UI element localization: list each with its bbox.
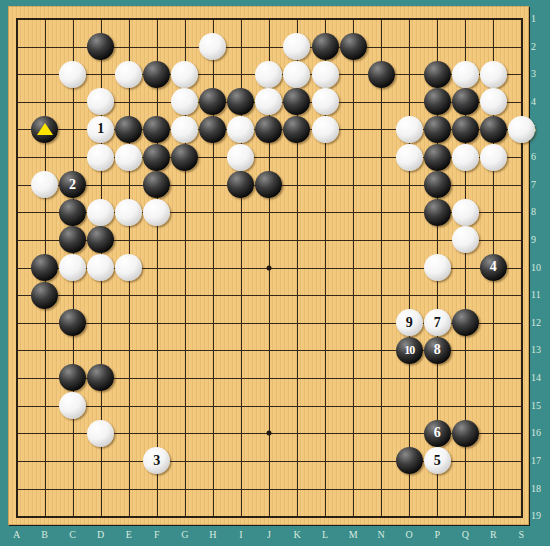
intersection-E4[interactable] — [115, 88, 143, 116]
intersection-F12[interactable] — [143, 309, 171, 337]
intersection-P19[interactable] — [423, 502, 451, 530]
intersection-E14[interactable] — [115, 364, 143, 392]
intersection-O3[interactable] — [395, 60, 423, 88]
intersection-K15[interactable] — [283, 392, 311, 420]
intersection-L11[interactable] — [311, 281, 339, 309]
intersection-L5[interactable] — [311, 116, 339, 144]
intersection-F5[interactable] — [143, 116, 171, 144]
intersection-O5[interactable] — [395, 116, 423, 144]
intersection-A1[interactable] — [2, 5, 30, 33]
intersection-C9[interactable] — [59, 226, 87, 254]
intersection-P9[interactable] — [423, 226, 451, 254]
intersection-K7[interactable] — [283, 171, 311, 199]
intersection-R15[interactable] — [479, 392, 507, 420]
intersection-P17[interactable]: 5 — [423, 447, 451, 475]
intersection-Q18[interactable] — [451, 475, 479, 503]
intersection-J19[interactable] — [255, 502, 283, 530]
intersection-L4[interactable] — [311, 88, 339, 116]
intersection-M4[interactable] — [339, 88, 367, 116]
intersection-K18[interactable] — [283, 475, 311, 503]
intersection-N14[interactable] — [367, 364, 395, 392]
intersection-H10[interactable] — [199, 254, 227, 282]
intersection-A8[interactable] — [2, 198, 30, 226]
intersection-Q5[interactable] — [451, 116, 479, 144]
intersection-B14[interactable] — [31, 364, 59, 392]
intersection-C3[interactable] — [59, 60, 87, 88]
intersection-D8[interactable] — [87, 198, 115, 226]
intersection-B8[interactable] — [31, 198, 59, 226]
intersection-M14[interactable] — [339, 364, 367, 392]
intersection-R10[interactable]: 4 — [479, 254, 507, 282]
intersection-Q14[interactable] — [451, 364, 479, 392]
intersection-F18[interactable] — [143, 475, 171, 503]
intersection-R5[interactable] — [479, 116, 507, 144]
intersection-R3[interactable] — [479, 60, 507, 88]
intersection-H4[interactable] — [199, 88, 227, 116]
intersection-O6[interactable] — [395, 143, 423, 171]
intersection-G6[interactable] — [171, 143, 199, 171]
intersection-E15[interactable] — [115, 392, 143, 420]
intersection-L16[interactable] — [311, 419, 339, 447]
intersection-R14[interactable] — [479, 364, 507, 392]
intersection-I6[interactable] — [227, 143, 255, 171]
intersection-K11[interactable] — [283, 281, 311, 309]
intersection-C13[interactable] — [59, 337, 87, 365]
intersection-G19[interactable] — [171, 502, 199, 530]
intersection-G12[interactable] — [171, 309, 199, 337]
intersection-R18[interactable] — [479, 475, 507, 503]
intersection-J10[interactable] — [255, 254, 283, 282]
intersection-C12[interactable] — [59, 309, 87, 337]
intersection-B18[interactable] — [31, 475, 59, 503]
intersection-I1[interactable] — [227, 5, 255, 33]
intersection-A12[interactable] — [2, 309, 30, 337]
intersection-F6[interactable] — [143, 143, 171, 171]
intersection-J15[interactable] — [255, 392, 283, 420]
intersection-A19[interactable] — [2, 502, 30, 530]
intersection-N4[interactable] — [367, 88, 395, 116]
intersection-M3[interactable] — [339, 60, 367, 88]
intersection-H5[interactable] — [199, 116, 227, 144]
intersection-I7[interactable] — [227, 171, 255, 199]
intersection-C19[interactable] — [59, 502, 87, 530]
intersection-I8[interactable] — [227, 198, 255, 226]
intersection-M9[interactable] — [339, 226, 367, 254]
intersection-N16[interactable] — [367, 419, 395, 447]
intersection-R11[interactable] — [479, 281, 507, 309]
intersection-F14[interactable] — [143, 364, 171, 392]
intersection-B9[interactable] — [31, 226, 59, 254]
intersection-B13[interactable] — [31, 337, 59, 365]
intersection-A7[interactable] — [2, 171, 30, 199]
intersection-P11[interactable] — [423, 281, 451, 309]
intersection-C1[interactable] — [59, 5, 87, 33]
intersection-P10[interactable] — [423, 254, 451, 282]
intersection-P6[interactable] — [423, 143, 451, 171]
intersection-R6[interactable] — [479, 143, 507, 171]
intersection-A5[interactable] — [2, 116, 30, 144]
intersection-D1[interactable] — [87, 5, 115, 33]
intersection-K3[interactable] — [283, 60, 311, 88]
intersection-P14[interactable] — [423, 364, 451, 392]
intersection-K8[interactable] — [283, 198, 311, 226]
intersection-Q1[interactable] — [451, 5, 479, 33]
intersection-J1[interactable] — [255, 5, 283, 33]
intersection-J13[interactable] — [255, 337, 283, 365]
intersection-M7[interactable] — [339, 171, 367, 199]
intersection-C16[interactable] — [59, 419, 87, 447]
intersection-Q3[interactable] — [451, 60, 479, 88]
intersection-D4[interactable] — [87, 88, 115, 116]
intersection-H13[interactable] — [199, 337, 227, 365]
intersection-Q19[interactable] — [451, 502, 479, 530]
intersection-B19[interactable] — [31, 502, 59, 530]
intersection-C10[interactable] — [59, 254, 87, 282]
intersection-L15[interactable] — [311, 392, 339, 420]
intersection-A14[interactable] — [2, 364, 30, 392]
go-board[interactable]: 12497108635 — [8, 6, 529, 525]
intersection-O17[interactable] — [395, 447, 423, 475]
intersection-A9[interactable] — [2, 226, 30, 254]
intersection-C15[interactable] — [59, 392, 87, 420]
intersection-O15[interactable] — [395, 392, 423, 420]
intersection-I10[interactable] — [227, 254, 255, 282]
intersection-B11[interactable] — [31, 281, 59, 309]
intersection-C5[interactable] — [59, 116, 87, 144]
intersection-B3[interactable] — [31, 60, 59, 88]
intersection-B6[interactable] — [31, 143, 59, 171]
intersection-P1[interactable] — [423, 5, 451, 33]
intersection-M13[interactable] — [339, 337, 367, 365]
intersection-K12[interactable] — [283, 309, 311, 337]
intersection-D10[interactable] — [87, 254, 115, 282]
intersection-H18[interactable] — [199, 475, 227, 503]
intersection-M6[interactable] — [339, 143, 367, 171]
intersection-I4[interactable] — [227, 88, 255, 116]
intersection-E10[interactable] — [115, 254, 143, 282]
intersection-D19[interactable] — [87, 502, 115, 530]
intersection-N5[interactable] — [367, 116, 395, 144]
intersection-I3[interactable] — [227, 60, 255, 88]
intersection-A10[interactable] — [2, 254, 30, 282]
intersection-L9[interactable] — [311, 226, 339, 254]
intersection-L6[interactable] — [311, 143, 339, 171]
intersection-G18[interactable] — [171, 475, 199, 503]
intersection-D3[interactable] — [87, 60, 115, 88]
intersection-J7[interactable] — [255, 171, 283, 199]
intersection-R16[interactable] — [479, 419, 507, 447]
intersection-F9[interactable] — [143, 226, 171, 254]
intersection-J2[interactable] — [255, 33, 283, 61]
intersection-K9[interactable] — [283, 226, 311, 254]
intersection-A18[interactable] — [2, 475, 30, 503]
intersection-E16[interactable] — [115, 419, 143, 447]
intersection-I9[interactable] — [227, 226, 255, 254]
intersection-E18[interactable] — [115, 475, 143, 503]
intersection-O1[interactable] — [395, 5, 423, 33]
intersection-P7[interactable] — [423, 171, 451, 199]
intersection-F2[interactable] — [143, 33, 171, 61]
intersection-Q15[interactable] — [451, 392, 479, 420]
intersection-P13[interactable]: 8 — [423, 337, 451, 365]
intersection-L3[interactable] — [311, 60, 339, 88]
intersection-I18[interactable] — [227, 475, 255, 503]
intersection-Q8[interactable] — [451, 198, 479, 226]
intersection-R12[interactable] — [479, 309, 507, 337]
intersection-N13[interactable] — [367, 337, 395, 365]
intersection-G15[interactable] — [171, 392, 199, 420]
intersection-H16[interactable] — [199, 419, 227, 447]
intersection-R2[interactable] — [479, 33, 507, 61]
intersection-K10[interactable] — [283, 254, 311, 282]
intersection-F3[interactable] — [143, 60, 171, 88]
intersection-O13[interactable]: 10 — [395, 337, 423, 365]
intersection-P8[interactable] — [423, 198, 451, 226]
intersection-J9[interactable] — [255, 226, 283, 254]
intersection-I17[interactable] — [227, 447, 255, 475]
intersection-K5[interactable] — [283, 116, 311, 144]
intersection-K19[interactable] — [283, 502, 311, 530]
intersection-E11[interactable] — [115, 281, 143, 309]
intersection-K14[interactable] — [283, 364, 311, 392]
intersection-J18[interactable] — [255, 475, 283, 503]
intersection-G13[interactable] — [171, 337, 199, 365]
intersection-D5[interactable]: 1 — [87, 116, 115, 144]
intersection-L17[interactable] — [311, 447, 339, 475]
intersection-H12[interactable] — [199, 309, 227, 337]
intersection-M16[interactable] — [339, 419, 367, 447]
intersection-J14[interactable] — [255, 364, 283, 392]
intersection-O14[interactable] — [395, 364, 423, 392]
intersection-L1[interactable] — [311, 5, 339, 33]
intersection-Q10[interactable] — [451, 254, 479, 282]
intersection-E9[interactable] — [115, 226, 143, 254]
intersection-R7[interactable] — [479, 171, 507, 199]
intersection-A2[interactable] — [2, 33, 30, 61]
intersection-N17[interactable] — [367, 447, 395, 475]
intersection-M10[interactable] — [339, 254, 367, 282]
intersection-J4[interactable] — [255, 88, 283, 116]
intersection-N6[interactable] — [367, 143, 395, 171]
intersection-K6[interactable] — [283, 143, 311, 171]
intersection-D13[interactable] — [87, 337, 115, 365]
intersection-J3[interactable] — [255, 60, 283, 88]
intersection-R4[interactable] — [479, 88, 507, 116]
intersection-C4[interactable] — [59, 88, 87, 116]
intersection-O12[interactable]: 9 — [395, 309, 423, 337]
intersection-L2[interactable] — [311, 33, 339, 61]
intersection-D7[interactable] — [87, 171, 115, 199]
intersection-Q7[interactable] — [451, 171, 479, 199]
intersection-D9[interactable] — [87, 226, 115, 254]
intersection-G17[interactable] — [171, 447, 199, 475]
intersection-H14[interactable] — [199, 364, 227, 392]
intersection-F8[interactable] — [143, 198, 171, 226]
intersection-I13[interactable] — [227, 337, 255, 365]
intersection-B2[interactable] — [31, 33, 59, 61]
intersection-K16[interactable] — [283, 419, 311, 447]
intersection-N12[interactable] — [367, 309, 395, 337]
intersection-L12[interactable] — [311, 309, 339, 337]
intersection-N11[interactable] — [367, 281, 395, 309]
intersection-G16[interactable] — [171, 419, 199, 447]
intersection-D12[interactable] — [87, 309, 115, 337]
intersection-G1[interactable] — [171, 5, 199, 33]
intersection-P3[interactable] — [423, 60, 451, 88]
intersection-J5[interactable] — [255, 116, 283, 144]
intersection-I15[interactable] — [227, 392, 255, 420]
intersection-F11[interactable] — [143, 281, 171, 309]
intersection-H11[interactable] — [199, 281, 227, 309]
intersection-H19[interactable] — [199, 502, 227, 530]
intersection-E5[interactable] — [115, 116, 143, 144]
intersection-H17[interactable] — [199, 447, 227, 475]
intersection-F15[interactable] — [143, 392, 171, 420]
intersection-O9[interactable] — [395, 226, 423, 254]
intersection-Q11[interactable] — [451, 281, 479, 309]
intersection-Q6[interactable] — [451, 143, 479, 171]
intersection-L8[interactable] — [311, 198, 339, 226]
intersection-E7[interactable] — [115, 171, 143, 199]
intersection-J8[interactable] — [255, 198, 283, 226]
intersection-L19[interactable] — [311, 502, 339, 530]
intersection-B16[interactable] — [31, 419, 59, 447]
intersection-K1[interactable] — [283, 5, 311, 33]
intersection-E17[interactable] — [115, 447, 143, 475]
intersection-A17[interactable] — [2, 447, 30, 475]
intersection-P15[interactable] — [423, 392, 451, 420]
intersection-A16[interactable] — [2, 419, 30, 447]
intersection-P2[interactable] — [423, 33, 451, 61]
intersection-N3[interactable] — [367, 60, 395, 88]
intersection-N9[interactable] — [367, 226, 395, 254]
intersection-O18[interactable] — [395, 475, 423, 503]
intersection-E3[interactable] — [115, 60, 143, 88]
intersection-C2[interactable] — [59, 33, 87, 61]
intersection-N15[interactable] — [367, 392, 395, 420]
intersection-R1[interactable] — [479, 5, 507, 33]
intersection-F10[interactable] — [143, 254, 171, 282]
intersection-L13[interactable] — [311, 337, 339, 365]
intersection-D2[interactable] — [87, 33, 115, 61]
intersection-M11[interactable] — [339, 281, 367, 309]
intersection-H15[interactable] — [199, 392, 227, 420]
intersection-F16[interactable] — [143, 419, 171, 447]
intersection-C8[interactable] — [59, 198, 87, 226]
intersection-L18[interactable] — [311, 475, 339, 503]
intersection-O10[interactable] — [395, 254, 423, 282]
intersection-J16[interactable] — [255, 419, 283, 447]
intersection-B1[interactable] — [31, 5, 59, 33]
intersection-Q17[interactable] — [451, 447, 479, 475]
intersection-A4[interactable] — [2, 88, 30, 116]
intersection-H3[interactable] — [199, 60, 227, 88]
intersection-E2[interactable] — [115, 33, 143, 61]
intersection-O11[interactable] — [395, 281, 423, 309]
intersection-J11[interactable] — [255, 281, 283, 309]
intersection-P5[interactable] — [423, 116, 451, 144]
intersection-B10[interactable] — [31, 254, 59, 282]
intersection-C14[interactable] — [59, 364, 87, 392]
intersection-E19[interactable] — [115, 502, 143, 530]
intersection-O4[interactable] — [395, 88, 423, 116]
intersection-A13[interactable] — [2, 337, 30, 365]
intersection-N1[interactable] — [367, 5, 395, 33]
intersection-A6[interactable] — [2, 143, 30, 171]
intersection-B17[interactable] — [31, 447, 59, 475]
intersection-M12[interactable] — [339, 309, 367, 337]
intersection-D18[interactable] — [87, 475, 115, 503]
intersection-G8[interactable] — [171, 198, 199, 226]
intersection-I2[interactable] — [227, 33, 255, 61]
intersection-M18[interactable] — [339, 475, 367, 503]
intersection-R17[interactable] — [479, 447, 507, 475]
intersection-R13[interactable] — [479, 337, 507, 365]
intersection-F19[interactable] — [143, 502, 171, 530]
intersection-C11[interactable] — [59, 281, 87, 309]
intersection-M8[interactable] — [339, 198, 367, 226]
intersection-A3[interactable] — [2, 60, 30, 88]
intersection-Q4[interactable] — [451, 88, 479, 116]
intersection-E6[interactable] — [115, 143, 143, 171]
intersection-J17[interactable] — [255, 447, 283, 475]
intersection-H6[interactable] — [199, 143, 227, 171]
intersection-A15[interactable] — [2, 392, 30, 420]
intersection-M19[interactable] — [339, 502, 367, 530]
intersection-A11[interactable] — [2, 281, 30, 309]
intersection-I5[interactable] — [227, 116, 255, 144]
intersection-D15[interactable] — [87, 392, 115, 420]
intersection-E13[interactable] — [115, 337, 143, 365]
intersection-E1[interactable] — [115, 5, 143, 33]
intersection-R8[interactable] — [479, 198, 507, 226]
intersection-H8[interactable] — [199, 198, 227, 226]
intersection-Q13[interactable] — [451, 337, 479, 365]
intersection-I14[interactable] — [227, 364, 255, 392]
intersection-M2[interactable] — [339, 33, 367, 61]
intersection-F4[interactable] — [143, 88, 171, 116]
intersection-I19[interactable] — [227, 502, 255, 530]
intersection-N18[interactable] — [367, 475, 395, 503]
intersection-K17[interactable] — [283, 447, 311, 475]
intersection-B5[interactable] — [31, 116, 59, 144]
intersection-B12[interactable] — [31, 309, 59, 337]
intersection-D16[interactable] — [87, 419, 115, 447]
intersection-J12[interactable] — [255, 309, 283, 337]
intersection-F1[interactable] — [143, 5, 171, 33]
intersection-I12[interactable] — [227, 309, 255, 337]
intersection-E12[interactable] — [115, 309, 143, 337]
intersection-M5[interactable] — [339, 116, 367, 144]
intersection-Q9[interactable] — [451, 226, 479, 254]
intersection-N19[interactable] — [367, 502, 395, 530]
intersection-G5[interactable] — [171, 116, 199, 144]
intersection-R19[interactable] — [479, 502, 507, 530]
intersection-O19[interactable] — [395, 502, 423, 530]
intersection-E8[interactable] — [115, 198, 143, 226]
intersection-G14[interactable] — [171, 364, 199, 392]
intersection-O16[interactable] — [395, 419, 423, 447]
intersection-K2[interactable] — [283, 33, 311, 61]
intersection-N7[interactable] — [367, 171, 395, 199]
intersection-R9[interactable] — [479, 226, 507, 254]
intersection-P18[interactable] — [423, 475, 451, 503]
intersection-M1[interactable] — [339, 5, 367, 33]
intersection-N2[interactable] — [367, 33, 395, 61]
intersection-B7[interactable] — [31, 171, 59, 199]
intersection-J6[interactable] — [255, 143, 283, 171]
intersection-H2[interactable] — [199, 33, 227, 61]
